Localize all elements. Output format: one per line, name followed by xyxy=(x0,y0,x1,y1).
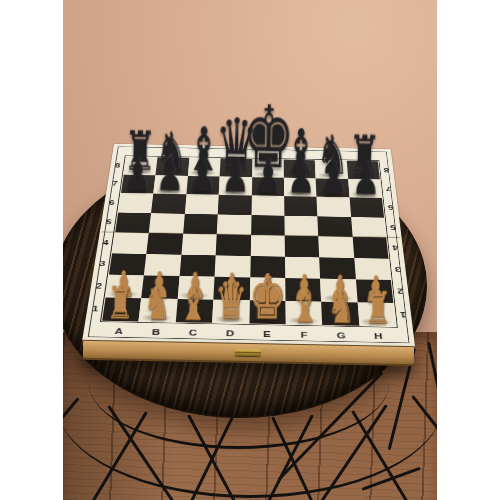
piece-shadow xyxy=(109,290,139,297)
square-c1: ♝ xyxy=(176,299,214,323)
square-d6 xyxy=(218,195,252,215)
rank-label-right-8: 8 xyxy=(378,161,395,179)
square-e1: ♚ xyxy=(249,300,286,324)
square-d8: ♛ xyxy=(220,158,252,177)
square-h3 xyxy=(354,258,391,280)
square-h8: ♜ xyxy=(346,161,379,180)
square-b1: ♞ xyxy=(139,298,178,322)
square-g5 xyxy=(318,216,353,237)
square-e7: ♟ xyxy=(251,177,284,196)
piece-shadow xyxy=(289,293,318,300)
square-c8: ♝ xyxy=(188,158,221,177)
piece-shadow xyxy=(124,187,151,193)
square-e2: ♟ xyxy=(249,277,285,300)
rank-label-left-1: 1 xyxy=(85,297,105,321)
square-c7: ♟ xyxy=(186,176,220,195)
square-f4 xyxy=(285,236,320,258)
piece-shadow xyxy=(360,295,389,302)
rank-label-right-6: 6 xyxy=(382,198,399,218)
piece-shadow xyxy=(289,316,318,324)
square-f7: ♟ xyxy=(284,177,317,196)
file-label-d: D xyxy=(211,323,249,344)
square-f6 xyxy=(284,196,317,216)
piece-shadow xyxy=(287,190,313,196)
square-a2: ♟ xyxy=(106,275,145,298)
piece-shadow xyxy=(143,314,173,322)
square-d1: ♛ xyxy=(212,299,249,323)
square-b4 xyxy=(147,233,183,254)
square-h2: ♟ xyxy=(356,279,394,302)
square-h5 xyxy=(351,217,386,238)
square-g1: ♞ xyxy=(321,301,359,325)
piece-shadow xyxy=(181,291,210,298)
rank-label-right-5: 5 xyxy=(384,217,402,237)
square-a7: ♟ xyxy=(121,174,156,193)
square-e4 xyxy=(250,235,285,257)
file-label-a: A xyxy=(99,321,139,342)
file-label-e: E xyxy=(249,324,286,345)
piece-shadow xyxy=(326,317,356,325)
square-b7: ♟ xyxy=(154,175,188,194)
square-c3 xyxy=(179,254,215,276)
piece-shadow xyxy=(222,189,248,195)
square-g2: ♟ xyxy=(320,279,357,302)
square-h4 xyxy=(352,237,388,259)
piece-shadow xyxy=(319,172,345,178)
board-perspective-scene: 88♜♞♝♛♚♝♞♜77♟♟♟♟♟♟♟♟6655443322♟♟♟♟♟♟♟♟11… xyxy=(82,21,421,347)
square-g7: ♟ xyxy=(316,178,349,197)
square-h1: ♜ xyxy=(357,302,396,326)
square-b6 xyxy=(151,194,186,214)
square-g8: ♞ xyxy=(315,160,348,179)
square-f2: ♟ xyxy=(285,278,321,301)
piece-shadow xyxy=(157,188,184,194)
square-a6 xyxy=(118,193,153,213)
rank-label-left-3: 3 xyxy=(93,253,112,275)
file-label-g: G xyxy=(322,325,360,346)
square-a1: ♜ xyxy=(102,297,141,321)
square-e3 xyxy=(250,256,285,278)
letterbox-right xyxy=(437,0,500,500)
square-a8: ♜ xyxy=(124,157,158,176)
piece-shadow xyxy=(217,292,246,299)
letterbox-left xyxy=(0,0,63,500)
product-photo: 88♜♞♝♛♚♝♞♜77♟♟♟♟♟♟♟♟6655443322♟♟♟♟♟♟♟♟11… xyxy=(63,0,437,500)
square-b8: ♞ xyxy=(156,157,190,176)
piece-shadow xyxy=(255,189,281,195)
piece-shadow xyxy=(159,169,185,175)
piece-shadow xyxy=(352,191,379,197)
square-c5 xyxy=(183,214,218,235)
file-label-h: H xyxy=(359,326,398,347)
square-d2: ♟ xyxy=(213,277,249,300)
brass-hinge-icon xyxy=(235,349,261,356)
rank-label-right-7: 7 xyxy=(380,179,397,198)
file-label-f: F xyxy=(286,324,324,345)
square-b3 xyxy=(144,254,181,276)
square-a5 xyxy=(115,212,151,233)
square-c6 xyxy=(185,194,219,214)
piece-shadow xyxy=(253,293,282,300)
square-b5 xyxy=(149,213,185,234)
file-label-c: C xyxy=(174,322,212,343)
rank-label-right-2: 2 xyxy=(391,280,410,303)
square-d4 xyxy=(216,234,251,256)
piece-shadow xyxy=(145,290,174,297)
piece-shadow xyxy=(320,191,346,197)
square-f8: ♝ xyxy=(284,160,316,179)
square-d5 xyxy=(217,214,251,235)
piece-shadow xyxy=(190,188,216,194)
square-c4 xyxy=(181,234,217,255)
square-g6 xyxy=(317,197,351,217)
square-a4 xyxy=(112,232,149,253)
square-h7: ♟ xyxy=(348,179,382,198)
chess-board: 88♜♞♝♛♚♝♞♜77♟♟♟♟♟♟♟♟6655443322♟♟♟♟♟♟♟♟11… xyxy=(82,144,415,347)
square-h6 xyxy=(349,197,384,217)
square-f3 xyxy=(285,256,321,278)
rank-label-right-1: 1 xyxy=(393,303,412,327)
square-c2: ♟ xyxy=(178,276,215,299)
piece-shadow xyxy=(287,172,313,178)
hinge-pin xyxy=(235,352,261,354)
square-e6 xyxy=(251,195,284,215)
piece-shadow xyxy=(325,294,354,301)
square-f5 xyxy=(284,215,318,236)
square-g3 xyxy=(319,257,355,279)
square-e8: ♚ xyxy=(252,159,284,178)
square-f1: ♝ xyxy=(285,301,322,325)
piece-shadow xyxy=(216,315,246,323)
piece-shadow xyxy=(106,313,136,321)
square-d3 xyxy=(215,255,251,277)
piece-shadow xyxy=(223,170,249,176)
piece-shadow xyxy=(351,173,377,179)
square-e5 xyxy=(251,215,285,236)
chess-board-assembly: 88♜♞♝♛♚♝♞♜77♟♟♟♟♟♟♟♟6655443322♟♟♟♟♟♟♟♟11… xyxy=(82,21,421,365)
square-g4 xyxy=(318,236,353,258)
file-label-b: B xyxy=(136,321,175,342)
piece-shadow xyxy=(127,169,153,175)
piece-shadow xyxy=(191,170,217,176)
rank-label-right-3: 3 xyxy=(388,258,406,280)
piece-shadow xyxy=(253,316,282,324)
piece-shadow xyxy=(255,171,281,177)
square-b2: ♟ xyxy=(142,275,180,298)
piece-shadow xyxy=(179,314,209,322)
piece-shadow xyxy=(362,318,392,326)
square-a3 xyxy=(109,253,147,275)
square-d7: ♟ xyxy=(219,176,252,195)
rank-label-right-4: 4 xyxy=(386,237,404,258)
